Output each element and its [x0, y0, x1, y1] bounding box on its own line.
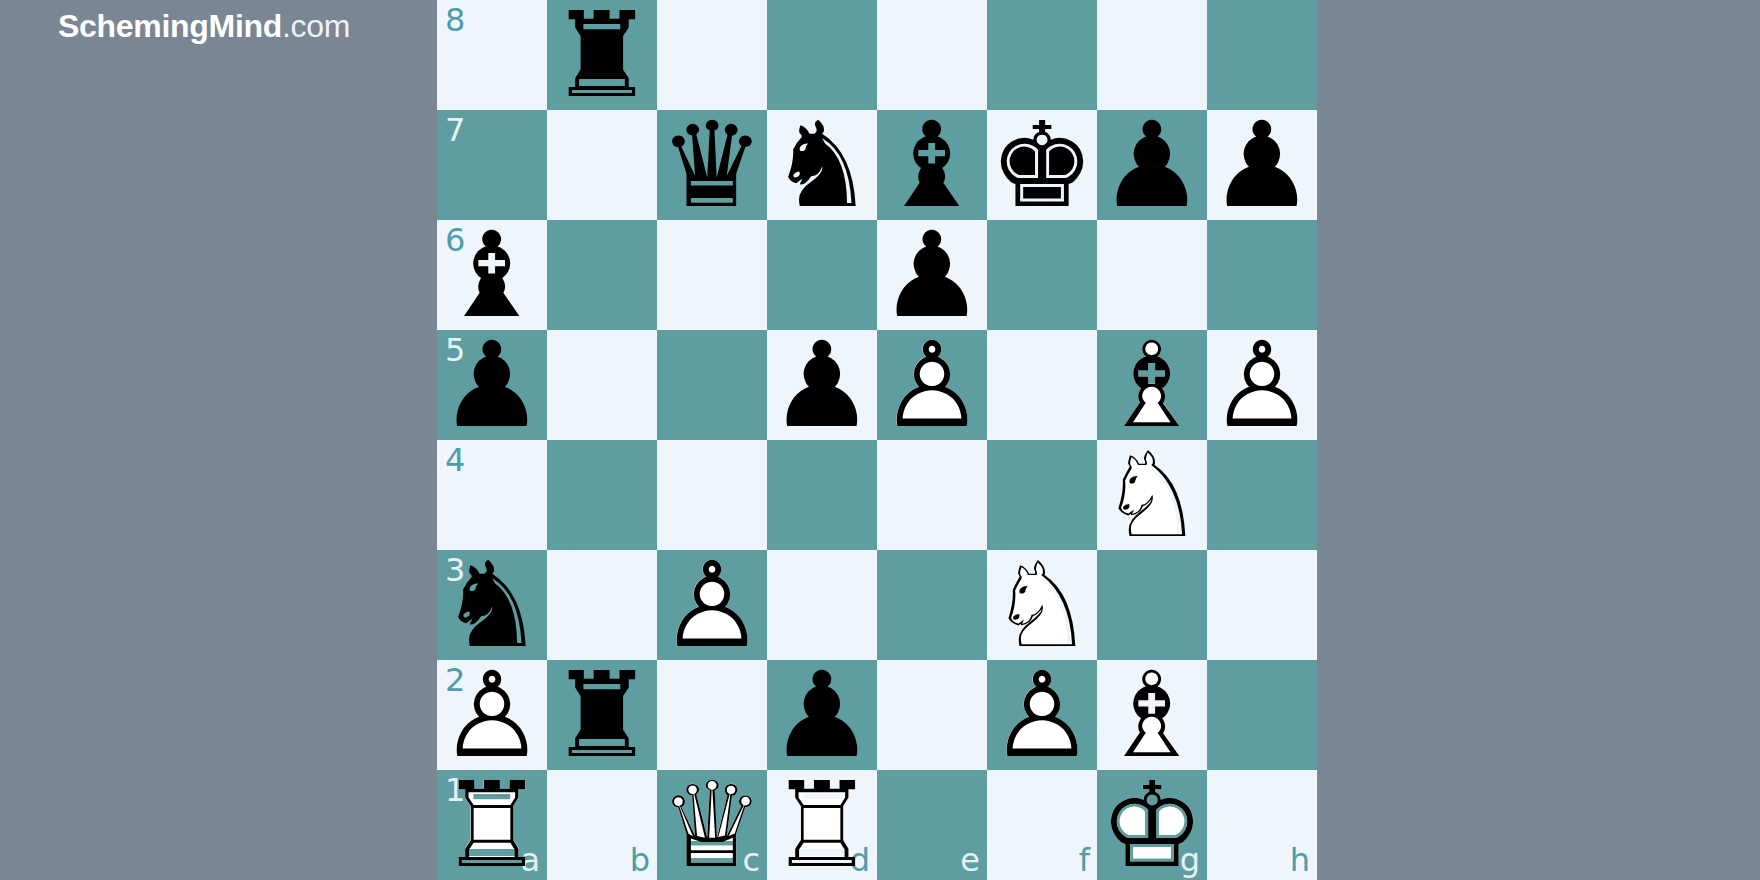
square-e4[interactable]	[877, 440, 987, 550]
file-label-f: f	[1079, 844, 1090, 876]
piece-black-pawn: ♟	[767, 660, 877, 770]
square-f3[interactable]: ♞♘	[987, 550, 1097, 660]
square-a2[interactable]: 2♟♙	[437, 660, 547, 770]
piece-black-pawn: ♟	[437, 330, 547, 440]
square-a8[interactable]: 8	[437, 0, 547, 110]
white-piece-outline: ♖	[437, 770, 547, 880]
square-c6[interactable]	[657, 220, 767, 330]
piece-white-rook: ♜♖	[767, 770, 877, 880]
black-piece-fill: ♟	[1207, 110, 1317, 220]
piece-white-pawn: ♟♙	[987, 660, 1097, 770]
piece-black-pawn: ♟	[1207, 110, 1317, 220]
piece-black-rook: ♜	[547, 0, 657, 110]
rank-label-8: 8	[445, 4, 465, 36]
chess-board: 8♜7♛♞♝♚♟♟6♝♟5♟♟♟♙♝♗♟♙4♞♘3♞♟♙♞♘2♟♙♜♟♟♙♝♗1…	[437, 0, 1317, 880]
white-piece-outline: ♗	[1097, 330, 1207, 440]
square-c7[interactable]: ♛	[657, 110, 767, 220]
square-g7[interactable]: ♟	[1097, 110, 1207, 220]
white-piece-outline: ♙	[657, 550, 767, 660]
square-f1[interactable]: f	[987, 770, 1097, 880]
black-piece-fill: ♛	[657, 110, 767, 220]
square-d6[interactable]	[767, 220, 877, 330]
black-piece-fill: ♜	[547, 0, 657, 110]
piece-white-pawn: ♟♙	[877, 330, 987, 440]
piece-white-knight: ♞♘	[987, 550, 1097, 660]
black-piece-fill: ♞	[767, 110, 877, 220]
square-d5[interactable]: ♟	[767, 330, 877, 440]
site-logo: SchemingMind.com	[58, 8, 350, 45]
square-g1[interactable]: g♚♔	[1097, 770, 1207, 880]
black-piece-fill: ♚	[987, 110, 1097, 220]
square-g4[interactable]: ♞♘	[1097, 440, 1207, 550]
square-c3[interactable]: ♟♙	[657, 550, 767, 660]
piece-white-pawn: ♟♙	[437, 660, 547, 770]
square-a1[interactable]: 1a♜♖	[437, 770, 547, 880]
site-logo-suffix: .com	[282, 8, 350, 44]
piece-black-pawn: ♟	[767, 330, 877, 440]
square-e2[interactable]	[877, 660, 987, 770]
file-label-h: h	[1290, 844, 1310, 876]
piece-black-knight: ♞	[767, 110, 877, 220]
black-piece-fill: ♟	[767, 660, 877, 770]
square-d2[interactable]: ♟	[767, 660, 877, 770]
white-piece-outline: ♔	[1097, 770, 1207, 880]
white-piece-outline: ♙	[877, 330, 987, 440]
piece-black-king: ♚	[987, 110, 1097, 220]
square-d1[interactable]: d♜♖	[767, 770, 877, 880]
square-f4[interactable]	[987, 440, 1097, 550]
file-label-b: b	[630, 844, 650, 876]
black-piece-fill: ♜	[547, 660, 657, 770]
square-h4[interactable]	[1207, 440, 1317, 550]
square-b4[interactable]	[547, 440, 657, 550]
square-f2[interactable]: ♟♙	[987, 660, 1097, 770]
piece-black-pawn: ♟	[1097, 110, 1207, 220]
piece-white-bishop: ♝♗	[1097, 660, 1207, 770]
piece-black-rook: ♜	[547, 660, 657, 770]
black-piece-fill: ♞	[437, 550, 547, 660]
white-piece-outline: ♙	[437, 660, 547, 770]
white-piece-outline: ♖	[767, 770, 877, 880]
piece-white-rook: ♜♖	[437, 770, 547, 880]
black-piece-fill: ♟	[1097, 110, 1207, 220]
square-c2[interactable]	[657, 660, 767, 770]
square-d7[interactable]: ♞	[767, 110, 877, 220]
black-piece-fill: ♝	[437, 220, 547, 330]
square-b2[interactable]: ♜	[547, 660, 657, 770]
white-piece-outline: ♕	[657, 770, 767, 880]
square-e5[interactable]: ♟♙	[877, 330, 987, 440]
square-d8[interactable]	[767, 0, 877, 110]
piece-black-bishop: ♝	[877, 110, 987, 220]
piece-black-bishop: ♝	[437, 220, 547, 330]
square-a4[interactable]: 4	[437, 440, 547, 550]
black-piece-fill: ♝	[877, 110, 987, 220]
square-h6[interactable]	[1207, 220, 1317, 330]
square-a7[interactable]: 7	[437, 110, 547, 220]
square-h3[interactable]	[1207, 550, 1317, 660]
white-piece-outline: ♙	[987, 660, 1097, 770]
square-a3[interactable]: 3♞	[437, 550, 547, 660]
square-e7[interactable]: ♝	[877, 110, 987, 220]
piece-black-queen: ♛	[657, 110, 767, 220]
white-piece-outline: ♘	[987, 550, 1097, 660]
square-b3[interactable]	[547, 550, 657, 660]
square-f5[interactable]	[987, 330, 1097, 440]
square-h1[interactable]: h	[1207, 770, 1317, 880]
piece-white-queen: ♛♕	[657, 770, 767, 880]
piece-white-king: ♚♔	[1097, 770, 1207, 880]
square-h7[interactable]: ♟	[1207, 110, 1317, 220]
square-a5[interactable]: 5♟	[437, 330, 547, 440]
square-e6[interactable]: ♟	[877, 220, 987, 330]
square-h2[interactable]	[1207, 660, 1317, 770]
square-e3[interactable]	[877, 550, 987, 660]
rank-label-7: 7	[445, 114, 465, 146]
square-g6[interactable]	[1097, 220, 1207, 330]
piece-black-knight: ♞	[437, 550, 547, 660]
site-logo-brand: SchemingMind	[58, 8, 282, 44]
square-g3[interactable]	[1097, 550, 1207, 660]
square-f8[interactable]	[987, 0, 1097, 110]
square-g2[interactable]: ♝♗	[1097, 660, 1207, 770]
square-g8[interactable]	[1097, 0, 1207, 110]
square-e1[interactable]: e	[877, 770, 987, 880]
square-f6[interactable]	[987, 220, 1097, 330]
square-h5[interactable]: ♟♙	[1207, 330, 1317, 440]
white-piece-outline: ♙	[1207, 330, 1317, 440]
piece-black-pawn: ♟	[877, 220, 987, 330]
square-c4[interactable]	[657, 440, 767, 550]
white-piece-outline: ♘	[1097, 440, 1207, 550]
square-f7[interactable]: ♚	[987, 110, 1097, 220]
square-e8[interactable]	[877, 0, 987, 110]
square-c8[interactable]	[657, 0, 767, 110]
square-b5[interactable]	[547, 330, 657, 440]
piece-white-pawn: ♟♙	[1207, 330, 1317, 440]
white-piece-outline: ♗	[1097, 660, 1207, 770]
square-d3[interactable]	[767, 550, 877, 660]
square-g5[interactable]: ♝♗	[1097, 330, 1207, 440]
file-label-e: e	[960, 844, 980, 876]
square-c5[interactable]	[657, 330, 767, 440]
square-b8[interactable]: ♜	[547, 0, 657, 110]
square-a6[interactable]: 6♝	[437, 220, 547, 330]
rank-label-4: 4	[445, 444, 465, 476]
square-h8[interactable]	[1207, 0, 1317, 110]
piece-white-pawn: ♟♙	[657, 550, 767, 660]
black-piece-fill: ♟	[767, 330, 877, 440]
square-c1[interactable]: c♛♕	[657, 770, 767, 880]
square-b6[interactable]	[547, 220, 657, 330]
square-d4[interactable]	[767, 440, 877, 550]
black-piece-fill: ♟	[437, 330, 547, 440]
square-b1[interactable]: b	[547, 770, 657, 880]
piece-white-bishop: ♝♗	[1097, 330, 1207, 440]
black-piece-fill: ♟	[877, 220, 987, 330]
square-b7[interactable]	[547, 110, 657, 220]
piece-white-knight: ♞♘	[1097, 440, 1207, 550]
